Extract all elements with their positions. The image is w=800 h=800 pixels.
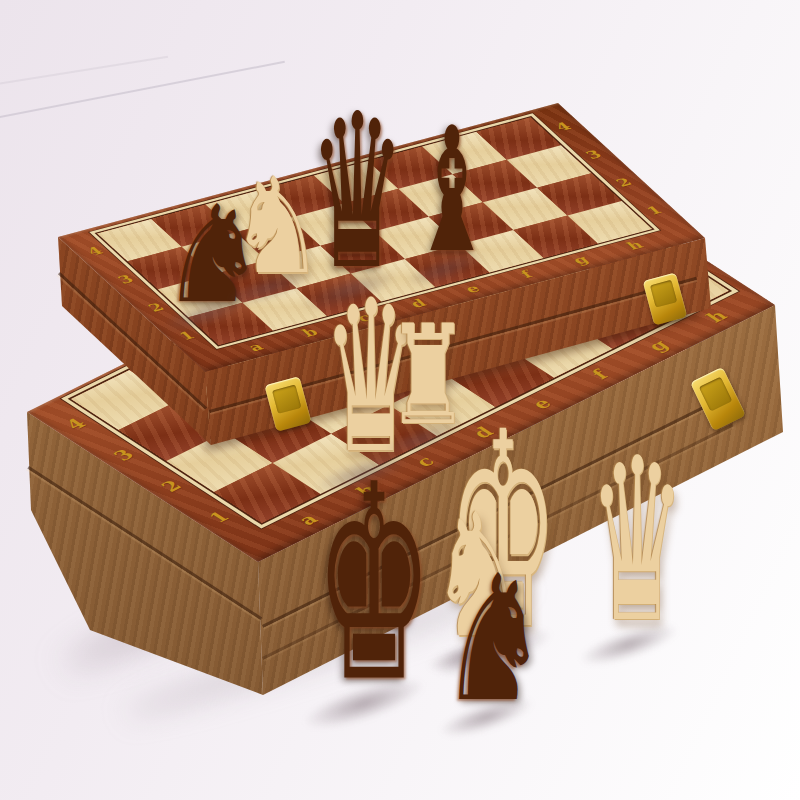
light-queen-foreground-glyph: ♛ (589, 436, 685, 650)
dark-bishop-upper-board-glyph: ♝ (411, 109, 493, 272)
pieces-layer: ♞♞♛♝♛♜♚♛♚♞♞ (0, 0, 800, 800)
chess-set-product-photo: abcdefgh 4321 abcdefgh 4321 4321 ♞♞♛♝♛♜♚… (0, 0, 800, 800)
dark-knight-foreground-glyph: ♞ (439, 557, 548, 722)
dark-king-foreground-glyph: ♚ (315, 456, 433, 713)
